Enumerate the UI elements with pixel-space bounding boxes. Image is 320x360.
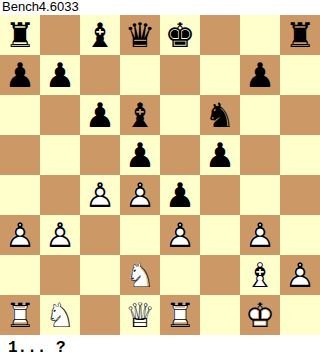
piece-white-pawn: ♟♙	[280, 255, 320, 295]
piece-black-queen: ♛	[120, 15, 160, 55]
piece-white-queen: ♛♕	[120, 295, 160, 335]
piece-white-pawn: ♟♙	[240, 215, 280, 255]
square-e7[interactable]	[160, 55, 200, 95]
square-b8[interactable]	[40, 15, 80, 55]
square-b4[interactable]	[40, 175, 80, 215]
piece-white-pawn: ♟♙	[40, 215, 80, 255]
square-e4[interactable]: ♟	[160, 175, 200, 215]
square-f5[interactable]: ♟	[200, 135, 240, 175]
square-a2[interactable]	[0, 255, 40, 295]
square-g7[interactable]: ♟	[240, 55, 280, 95]
piece-black-pawn: ♟	[80, 95, 120, 135]
square-d4[interactable]: ♟♙	[120, 175, 160, 215]
chess-board: ♜♝♛♚♜♟♟♟♟♝♞♟♟♟♙♟♙♟♟♙♟♙♟♙♟♙♞♘♝♗♟♙♜♖♞♘♛♕♜♖…	[0, 15, 320, 335]
piece-white-pawn: ♟♙	[120, 175, 160, 215]
square-c1[interactable]	[80, 295, 120, 335]
square-d3[interactable]	[120, 215, 160, 255]
square-a1[interactable]: ♜♖	[0, 295, 40, 335]
square-b7[interactable]: ♟	[40, 55, 80, 95]
square-h3[interactable]	[280, 215, 320, 255]
square-a8[interactable]: ♜	[0, 15, 40, 55]
square-e6[interactable]	[160, 95, 200, 135]
square-e3[interactable]: ♟♙	[160, 215, 200, 255]
square-b6[interactable]	[40, 95, 80, 135]
square-c7[interactable]	[80, 55, 120, 95]
square-a7[interactable]: ♟	[0, 55, 40, 95]
square-f2[interactable]	[200, 255, 240, 295]
square-h6[interactable]	[280, 95, 320, 135]
square-b3[interactable]: ♟♙	[40, 215, 80, 255]
piece-black-pawn: ♟	[200, 135, 240, 175]
square-e5[interactable]	[160, 135, 200, 175]
piece-white-pawn: ♟♙	[80, 175, 120, 215]
square-g2[interactable]: ♝♗	[240, 255, 280, 295]
square-d8[interactable]: ♛	[120, 15, 160, 55]
piece-black-bishop: ♝	[120, 95, 160, 135]
square-d7[interactable]	[120, 55, 160, 95]
square-e1[interactable]: ♜♖	[160, 295, 200, 335]
square-f4[interactable]	[200, 175, 240, 215]
piece-white-rook: ♜♖	[160, 295, 200, 335]
square-d6[interactable]: ♝	[120, 95, 160, 135]
square-a5[interactable]	[0, 135, 40, 175]
square-f8[interactable]	[200, 15, 240, 55]
square-h8[interactable]: ♜	[280, 15, 320, 55]
piece-black-king: ♚	[160, 15, 200, 55]
square-h2[interactable]: ♟♙	[280, 255, 320, 295]
piece-white-rook: ♜♖	[0, 295, 40, 335]
square-d1[interactable]: ♛♕	[120, 295, 160, 335]
square-c5[interactable]	[80, 135, 120, 175]
square-c2[interactable]	[80, 255, 120, 295]
square-h7[interactable]	[280, 55, 320, 95]
piece-white-bishop: ♝♗	[240, 255, 280, 295]
square-a3[interactable]: ♟♙	[0, 215, 40, 255]
piece-black-rook: ♜	[280, 15, 320, 55]
square-b2[interactable]	[40, 255, 80, 295]
square-b5[interactable]	[40, 135, 80, 175]
square-g4[interactable]	[240, 175, 280, 215]
square-g5[interactable]	[240, 135, 280, 175]
square-h5[interactable]	[280, 135, 320, 175]
piece-black-pawn: ♟	[240, 55, 280, 95]
piece-black-knight: ♞	[200, 95, 240, 135]
square-e8[interactable]: ♚	[160, 15, 200, 55]
square-c3[interactable]	[80, 215, 120, 255]
piece-white-pawn: ♟♙	[160, 215, 200, 255]
piece-black-pawn: ♟	[120, 135, 160, 175]
piece-white-knight: ♞♘	[120, 255, 160, 295]
square-d2[interactable]: ♞♘	[120, 255, 160, 295]
piece-black-rook: ♜	[0, 15, 40, 55]
square-a6[interactable]	[0, 95, 40, 135]
piece-black-pawn: ♟	[160, 175, 200, 215]
square-h4[interactable]	[280, 175, 320, 215]
square-g6[interactable]	[240, 95, 280, 135]
square-b1[interactable]: ♞♘	[40, 295, 80, 335]
position-title: Bench4.6033	[0, 0, 320, 15]
square-f1[interactable]	[200, 295, 240, 335]
square-g1[interactable]: ♚♔	[240, 295, 280, 335]
piece-black-pawn: ♟	[40, 55, 80, 95]
square-f3[interactable]	[200, 215, 240, 255]
piece-black-bishop: ♝	[80, 15, 120, 55]
move-prompt: 1... ?	[0, 335, 320, 360]
square-a4[interactable]	[0, 175, 40, 215]
piece-black-pawn: ♟	[0, 55, 40, 95]
square-e2[interactable]	[160, 255, 200, 295]
square-c8[interactable]: ♝	[80, 15, 120, 55]
square-g8[interactable]	[240, 15, 280, 55]
square-c6[interactable]: ♟	[80, 95, 120, 135]
square-f6[interactable]: ♞	[200, 95, 240, 135]
piece-white-knight: ♞♘	[40, 295, 80, 335]
piece-white-pawn: ♟♙	[0, 215, 40, 255]
piece-white-king: ♚♔	[240, 295, 280, 335]
square-g3[interactable]: ♟♙	[240, 215, 280, 255]
square-h1[interactable]	[280, 295, 320, 335]
square-f7[interactable]	[200, 55, 240, 95]
square-c4[interactable]: ♟♙	[80, 175, 120, 215]
square-d5[interactable]: ♟	[120, 135, 160, 175]
